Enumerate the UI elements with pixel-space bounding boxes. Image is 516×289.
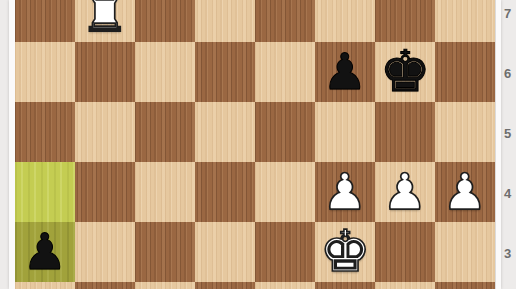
rank-label-3: 3 [501,245,514,263]
square-d4[interactable] [195,162,255,222]
square-c2[interactable] [135,282,195,289]
square-b5[interactable] [75,102,135,162]
square-f7[interactable] [315,0,375,42]
square-e7[interactable] [255,0,315,42]
square-g2[interactable] [375,282,435,289]
rank-label-4: 4 [501,185,514,203]
square-h3[interactable] [435,222,495,282]
square-c6[interactable] [135,42,195,102]
square-f2[interactable] [315,282,375,289]
square-c5[interactable] [135,102,195,162]
board-viewport: ♜♟♚♟♟♟♟♚ 76543 [0,0,516,289]
square-e3[interactable] [255,222,315,282]
rank-labels: 76543 [501,0,516,289]
square-h5[interactable] [435,102,495,162]
square-d7[interactable] [195,0,255,42]
square-b3[interactable] [75,222,135,282]
square-e6[interactable] [255,42,315,102]
white-pawn-h4[interactable]: ♟ [443,167,488,217]
square-f4[interactable]: ♟ [315,162,375,222]
chess-board[interactable]: ♜♟♚♟♟♟♟♚ [15,0,496,289]
square-h4[interactable]: ♟ [435,162,495,222]
black-pawn-a3[interactable]: ♟ [23,227,68,277]
square-a2[interactable] [15,282,75,289]
square-d6[interactable] [195,42,255,102]
white-rook-b7[interactable]: ♜ [80,0,129,40]
square-c3[interactable] [135,222,195,282]
square-b2[interactable] [75,282,135,289]
square-h2[interactable] [435,282,495,289]
square-f3[interactable]: ♚ [315,222,375,282]
rank-label-5: 5 [501,125,514,143]
square-e5[interactable] [255,102,315,162]
square-a4[interactable] [15,162,75,222]
square-g5[interactable] [375,102,435,162]
square-b7[interactable]: ♜ [75,0,135,42]
square-h7[interactable] [435,0,495,42]
square-g4[interactable]: ♟ [375,162,435,222]
square-d5[interactable] [195,102,255,162]
square-g7[interactable] [375,0,435,42]
square-b4[interactable] [75,162,135,222]
square-f5[interactable] [315,102,375,162]
square-e2[interactable] [255,282,315,289]
left-margin [0,0,9,289]
square-d3[interactable] [195,222,255,282]
white-pawn-f4[interactable]: ♟ [323,167,368,217]
square-h6[interactable] [435,42,495,102]
square-a3[interactable]: ♟ [15,222,75,282]
square-c4[interactable] [135,162,195,222]
square-e4[interactable] [255,162,315,222]
square-a5[interactable] [15,102,75,162]
square-b6[interactable] [75,42,135,102]
square-a6[interactable] [15,42,75,102]
square-a7[interactable] [15,0,75,42]
black-king-g6[interactable]: ♚ [379,43,430,100]
white-king-f3[interactable]: ♚ [319,223,370,280]
square-g6[interactable]: ♚ [375,42,435,102]
square-g3[interactable] [375,222,435,282]
square-c7[interactable] [135,0,195,42]
rank-label-7: 7 [501,5,514,23]
square-d2[interactable] [195,282,255,289]
rank-label-6: 6 [501,65,514,83]
black-pawn-f6[interactable]: ♟ [323,47,368,97]
square-f6[interactable]: ♟ [315,42,375,102]
white-pawn-g4[interactable]: ♟ [383,167,428,217]
